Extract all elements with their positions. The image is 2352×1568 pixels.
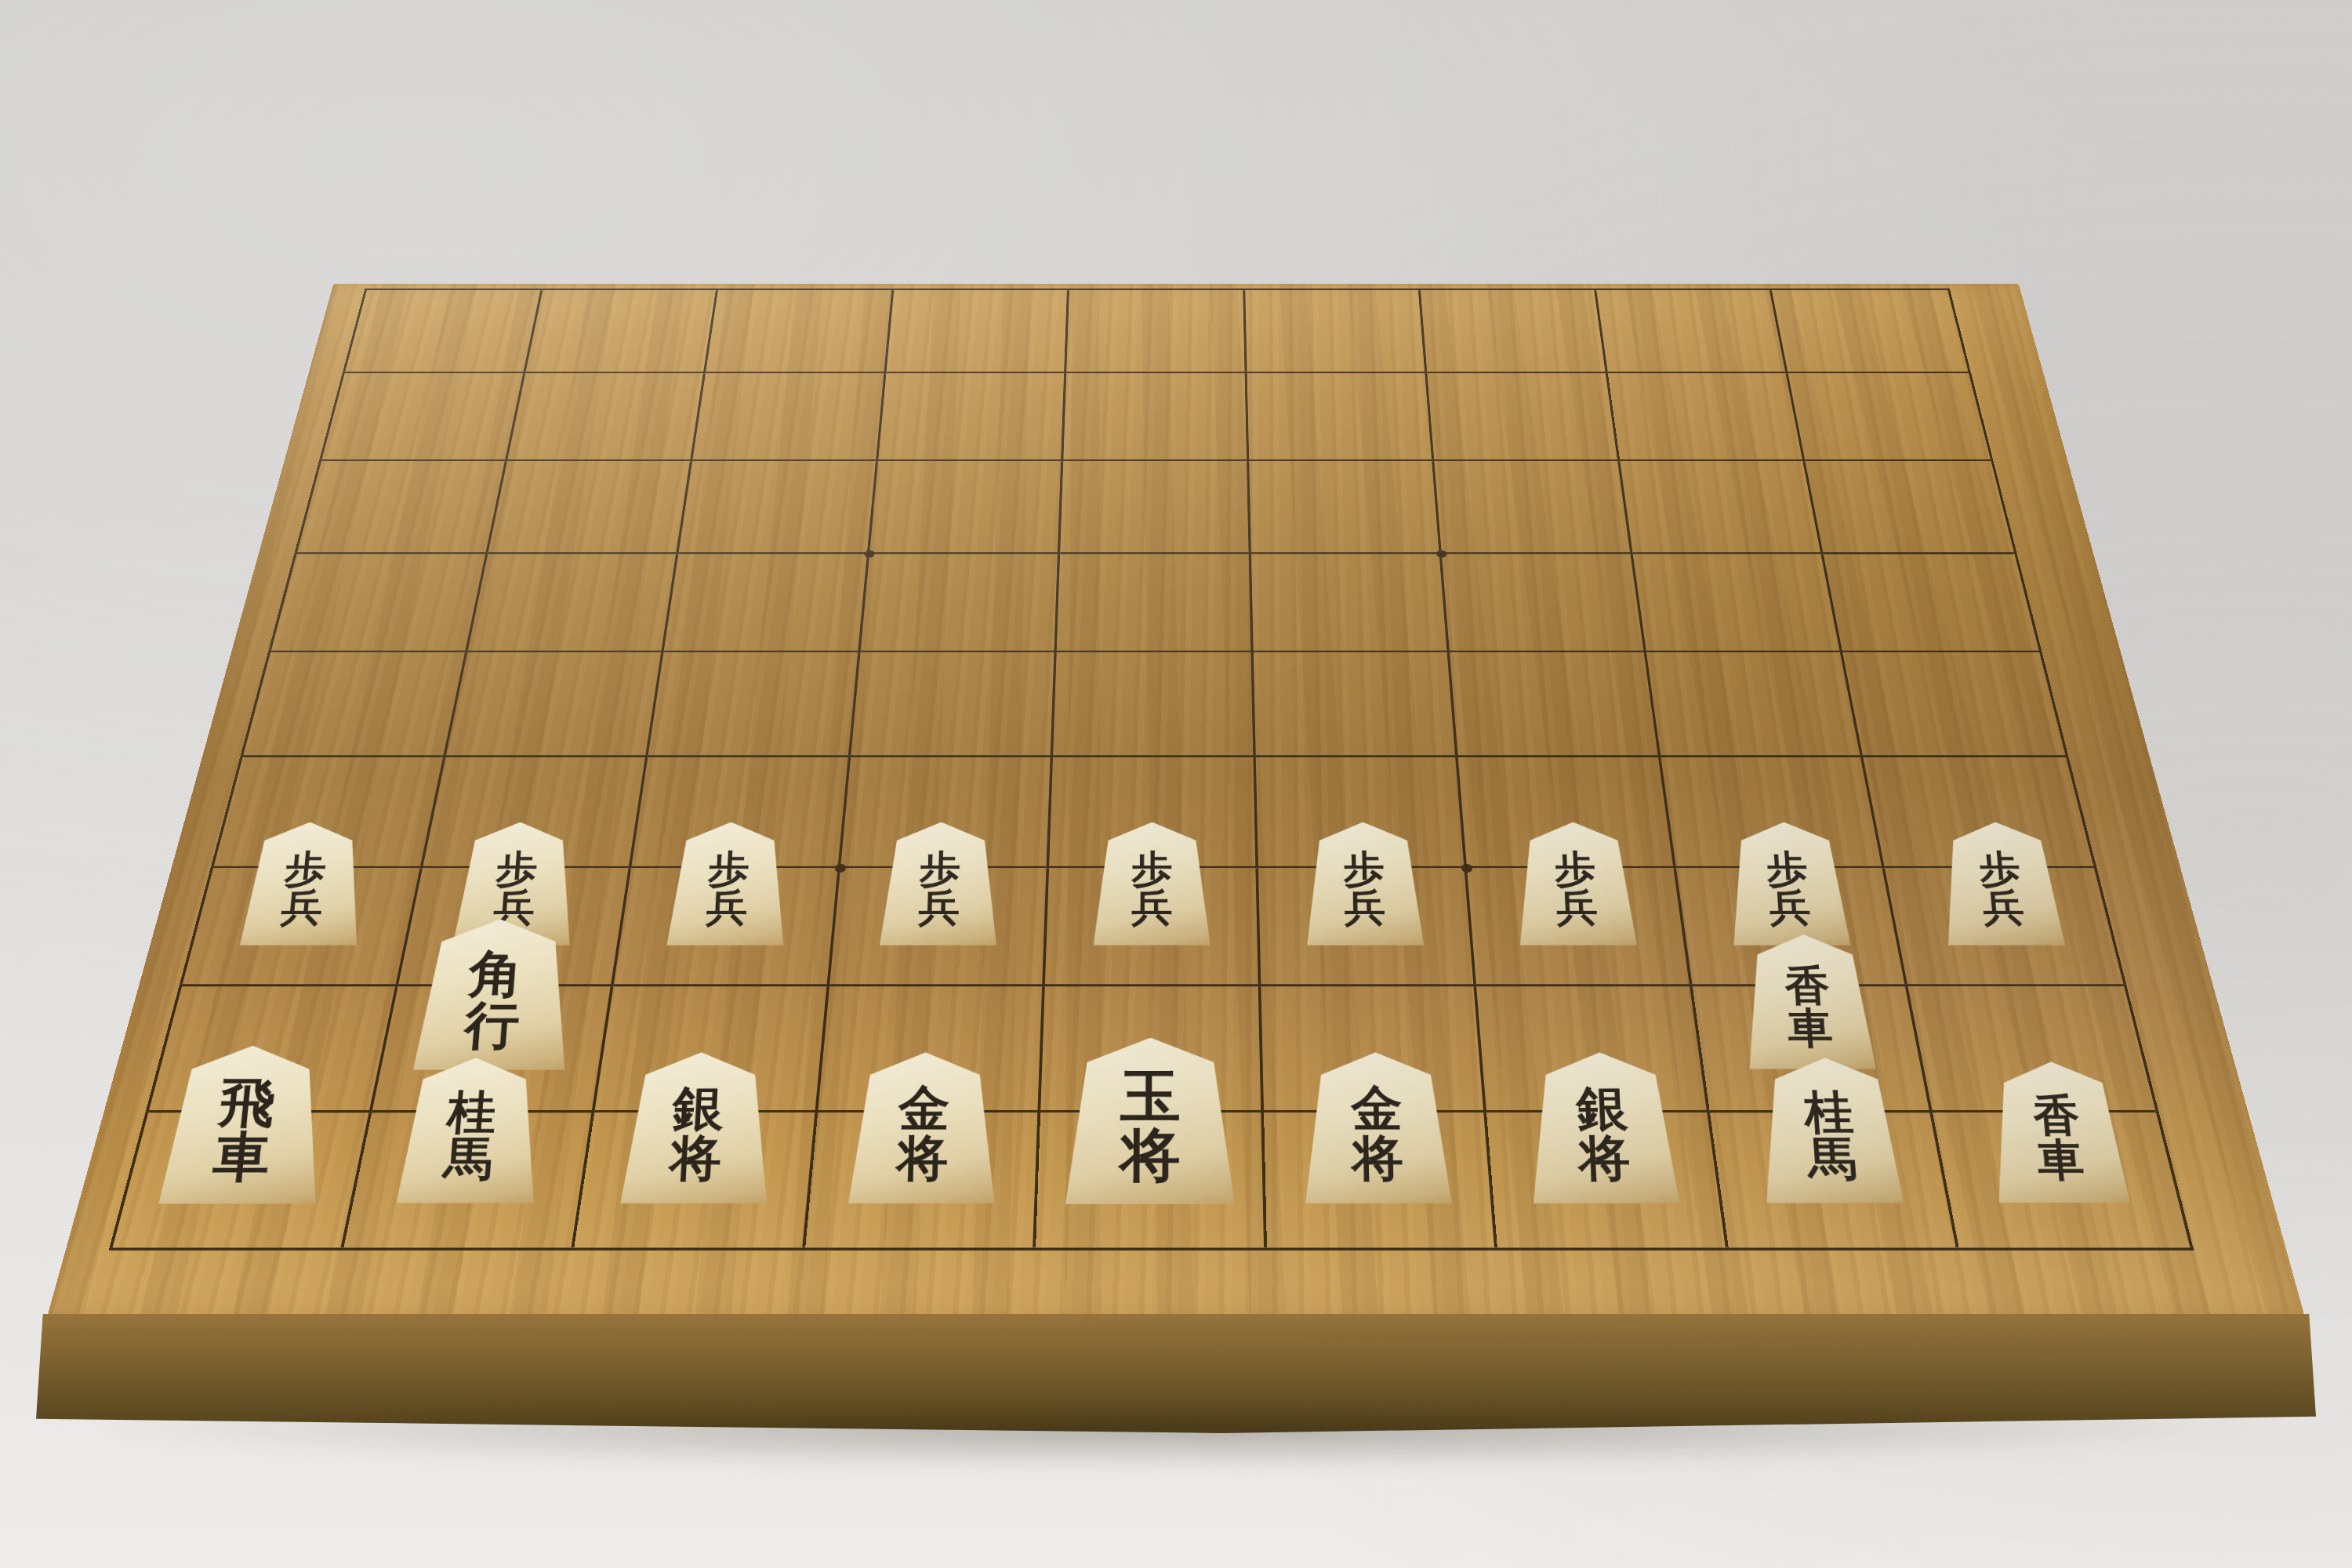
- piece-kanji: 香: [2031, 1093, 2082, 1138]
- square-21[interactable]: 桂馬: [1596, 290, 1788, 373]
- square-41[interactable]: 金将: [1245, 290, 1428, 373]
- square-43[interactable]: 歩兵: [1249, 461, 1442, 554]
- square-65[interactable]: [851, 652, 1057, 757]
- piece-kanji: 香: [1783, 964, 1831, 1007]
- piece-kanji: 兵: [1555, 889, 1599, 928]
- square-34[interactable]: [1442, 554, 1646, 653]
- square-42[interactable]: [1247, 373, 1434, 461]
- square-75[interactable]: [648, 652, 860, 757]
- square-35[interactable]: [1450, 652, 1661, 757]
- square-77[interactable]: 歩兵: [614, 868, 840, 986]
- piece-sente-gold-49[interactable]: 金将: [1303, 1052, 1451, 1203]
- square-74[interactable]: [663, 554, 869, 653]
- square-24[interactable]: [1633, 554, 1843, 653]
- square-79[interactable]: 銀将: [574, 1112, 817, 1247]
- piece-kanji: 歩: [1131, 850, 1172, 888]
- square-37[interactable]: 歩兵: [1467, 868, 1692, 986]
- piece-kanji: 兵: [1768, 889, 1812, 928]
- piece-kanji: 兵: [279, 889, 324, 928]
- piece-kanji: 桂: [1802, 1089, 1854, 1136]
- square-59[interactable]: 玉将: [1036, 1112, 1266, 1247]
- square-85[interactable]: [445, 652, 663, 757]
- piece-kanji: 歩: [1343, 850, 1385, 888]
- piece-kanji: 将: [1120, 1126, 1181, 1185]
- shogi-scene: 香車桂馬銀将金将王将金将銀将桂馬香車飛車角行歩兵歩兵歩兵歩兵歩兵歩兵歩兵歩兵歩兵…: [0, 0, 2352, 1568]
- square-81[interactable]: 桂馬: [525, 290, 718, 373]
- piece-sente-lance-28[interactable]: 香車: [1741, 935, 1876, 1069]
- square-55[interactable]: [1053, 652, 1255, 757]
- piece-kanji: 将: [669, 1133, 723, 1183]
- board-grid: 香車桂馬銀将金将王将金将銀将桂馬香車飛車角行歩兵歩兵歩兵歩兵歩兵歩兵歩兵歩兵歩兵…: [109, 289, 2194, 1250]
- square-39[interactable]: 銀将: [1486, 1112, 1728, 1247]
- square-73[interactable]: 歩兵: [678, 461, 877, 554]
- square-89[interactable]: 桂馬: [343, 1112, 594, 1247]
- piece-sente-pawn-47[interactable]: 歩兵: [1305, 822, 1424, 946]
- square-47[interactable]: 歩兵: [1258, 868, 1477, 986]
- piece-kanji: 歩: [920, 850, 962, 888]
- star-point: [1461, 864, 1473, 873]
- square-64[interactable]: [860, 554, 1060, 653]
- square-62[interactable]: [878, 373, 1067, 461]
- piece-kanji: 歩: [495, 850, 539, 888]
- piece-kanji: 兵: [1131, 889, 1173, 928]
- square-84[interactable]: [467, 554, 679, 653]
- piece-sente-gold-69[interactable]: 金将: [848, 1052, 997, 1203]
- piece-kanji: 兵: [1981, 889, 2026, 928]
- square-82[interactable]: 飛車: [507, 373, 706, 461]
- square-53[interactable]: 歩兵: [1060, 461, 1250, 554]
- piece-sente-pawn-57[interactable]: 歩兵: [1094, 822, 1210, 946]
- piece-kanji: 金: [898, 1083, 950, 1133]
- square-67[interactable]: 歩兵: [829, 868, 1050, 986]
- piece-kanji: 将: [1577, 1133, 1632, 1183]
- square-69[interactable]: 金将: [805, 1112, 1040, 1247]
- piece-kanji: 歩: [1978, 850, 2023, 888]
- square-61[interactable]: 金将: [886, 290, 1069, 373]
- piece-kanji: 歩: [1554, 850, 1596, 888]
- shogi-board: 香車桂馬銀将金将王将金将銀将桂馬香車飛車角行歩兵歩兵歩兵歩兵歩兵歩兵歩兵歩兵歩兵…: [47, 284, 2305, 1317]
- square-29[interactable]: 桂馬: [1710, 1112, 1959, 1247]
- piece-kanji: 馬: [442, 1135, 495, 1182]
- square-45[interactable]: [1254, 652, 1458, 757]
- piece-kanji: 銀: [1576, 1083, 1629, 1133]
- square-13[interactable]: 歩兵: [1806, 461, 2015, 554]
- square-99[interactable]: 飛車: [113, 1112, 372, 1247]
- square-23[interactable]: 歩兵: [1620, 461, 1824, 554]
- piece-kanji: 将: [896, 1133, 949, 1183]
- square-91[interactable]: 香車: [345, 290, 543, 373]
- piece-kanji: 角: [467, 948, 525, 1000]
- piece-kanji: 車: [1786, 1007, 1834, 1050]
- square-11[interactable]: 香車: [1772, 290, 1969, 373]
- photo-stage: 香車桂馬銀将金将王将金将銀将桂馬香車飛車角行歩兵歩兵歩兵歩兵歩兵歩兵歩兵歩兵歩兵…: [0, 0, 2352, 1568]
- piece-sente-rook-99[interactable]: 飛車: [158, 1046, 330, 1204]
- square-32[interactable]: [1428, 373, 1621, 461]
- square-94[interactable]: [270, 554, 488, 653]
- square-19[interactable]: 香車: [1933, 1112, 2190, 1247]
- square-92[interactable]: [321, 373, 525, 461]
- square-22[interactable]: 角行: [1608, 373, 1806, 461]
- piece-kanji: 兵: [1344, 889, 1386, 928]
- piece-sente-pawn-67[interactable]: 歩兵: [880, 822, 999, 946]
- square-54[interactable]: [1057, 554, 1254, 653]
- piece-kanji: 歩: [283, 850, 328, 888]
- square-83[interactable]: 歩兵: [488, 461, 692, 554]
- piece-kanji: 車: [2035, 1138, 2085, 1182]
- piece-kanji: 金: [1350, 1083, 1403, 1133]
- piece-kanji: 兵: [705, 889, 748, 928]
- square-52[interactable]: [1063, 373, 1249, 461]
- square-97[interactable]: 歩兵: [182, 868, 423, 986]
- square-15[interactable]: [1843, 652, 2066, 757]
- square-12[interactable]: [1788, 373, 1991, 461]
- square-71[interactable]: 銀将: [706, 290, 894, 373]
- piece-sente-king-59[interactable]: 玉将: [1065, 1038, 1235, 1204]
- square-25[interactable]: [1646, 652, 1864, 757]
- piece-kanji: 銀: [671, 1083, 725, 1133]
- piece-kanji: 飛: [216, 1076, 278, 1130]
- square-72[interactable]: [692, 373, 886, 461]
- piece-kanji: 玉: [1120, 1068, 1181, 1126]
- piece-kanji: 桂: [446, 1089, 498, 1136]
- piece-kanji: 将: [1351, 1133, 1403, 1183]
- square-63[interactable]: 歩兵: [869, 461, 1064, 554]
- star-point: [1436, 550, 1447, 557]
- square-57[interactable]: 歩兵: [1045, 868, 1261, 986]
- square-93[interactable]: 歩兵: [296, 461, 506, 554]
- square-44[interactable]: [1251, 554, 1450, 653]
- square-14[interactable]: [1824, 554, 2039, 653]
- square-31[interactable]: 銀将: [1421, 290, 1608, 373]
- piece-kanji: 兵: [918, 889, 960, 928]
- piece-kanji: 馬: [1806, 1135, 1857, 1182]
- square-51[interactable]: 王将: [1066, 290, 1247, 373]
- square-33[interactable]: 歩兵: [1435, 461, 1633, 554]
- piece-kanji: 歩: [1765, 850, 1809, 888]
- board-cast-shadow: [71, 1416, 2289, 1471]
- piece-kanji: 行: [463, 1000, 521, 1051]
- piece-kanji: 歩: [707, 850, 750, 888]
- square-49[interactable]: 金将: [1264, 1112, 1497, 1247]
- piece-kanji: 車: [211, 1130, 273, 1185]
- square-17[interactable]: 歩兵: [1885, 868, 2124, 986]
- square-95[interactable]: [243, 652, 467, 757]
